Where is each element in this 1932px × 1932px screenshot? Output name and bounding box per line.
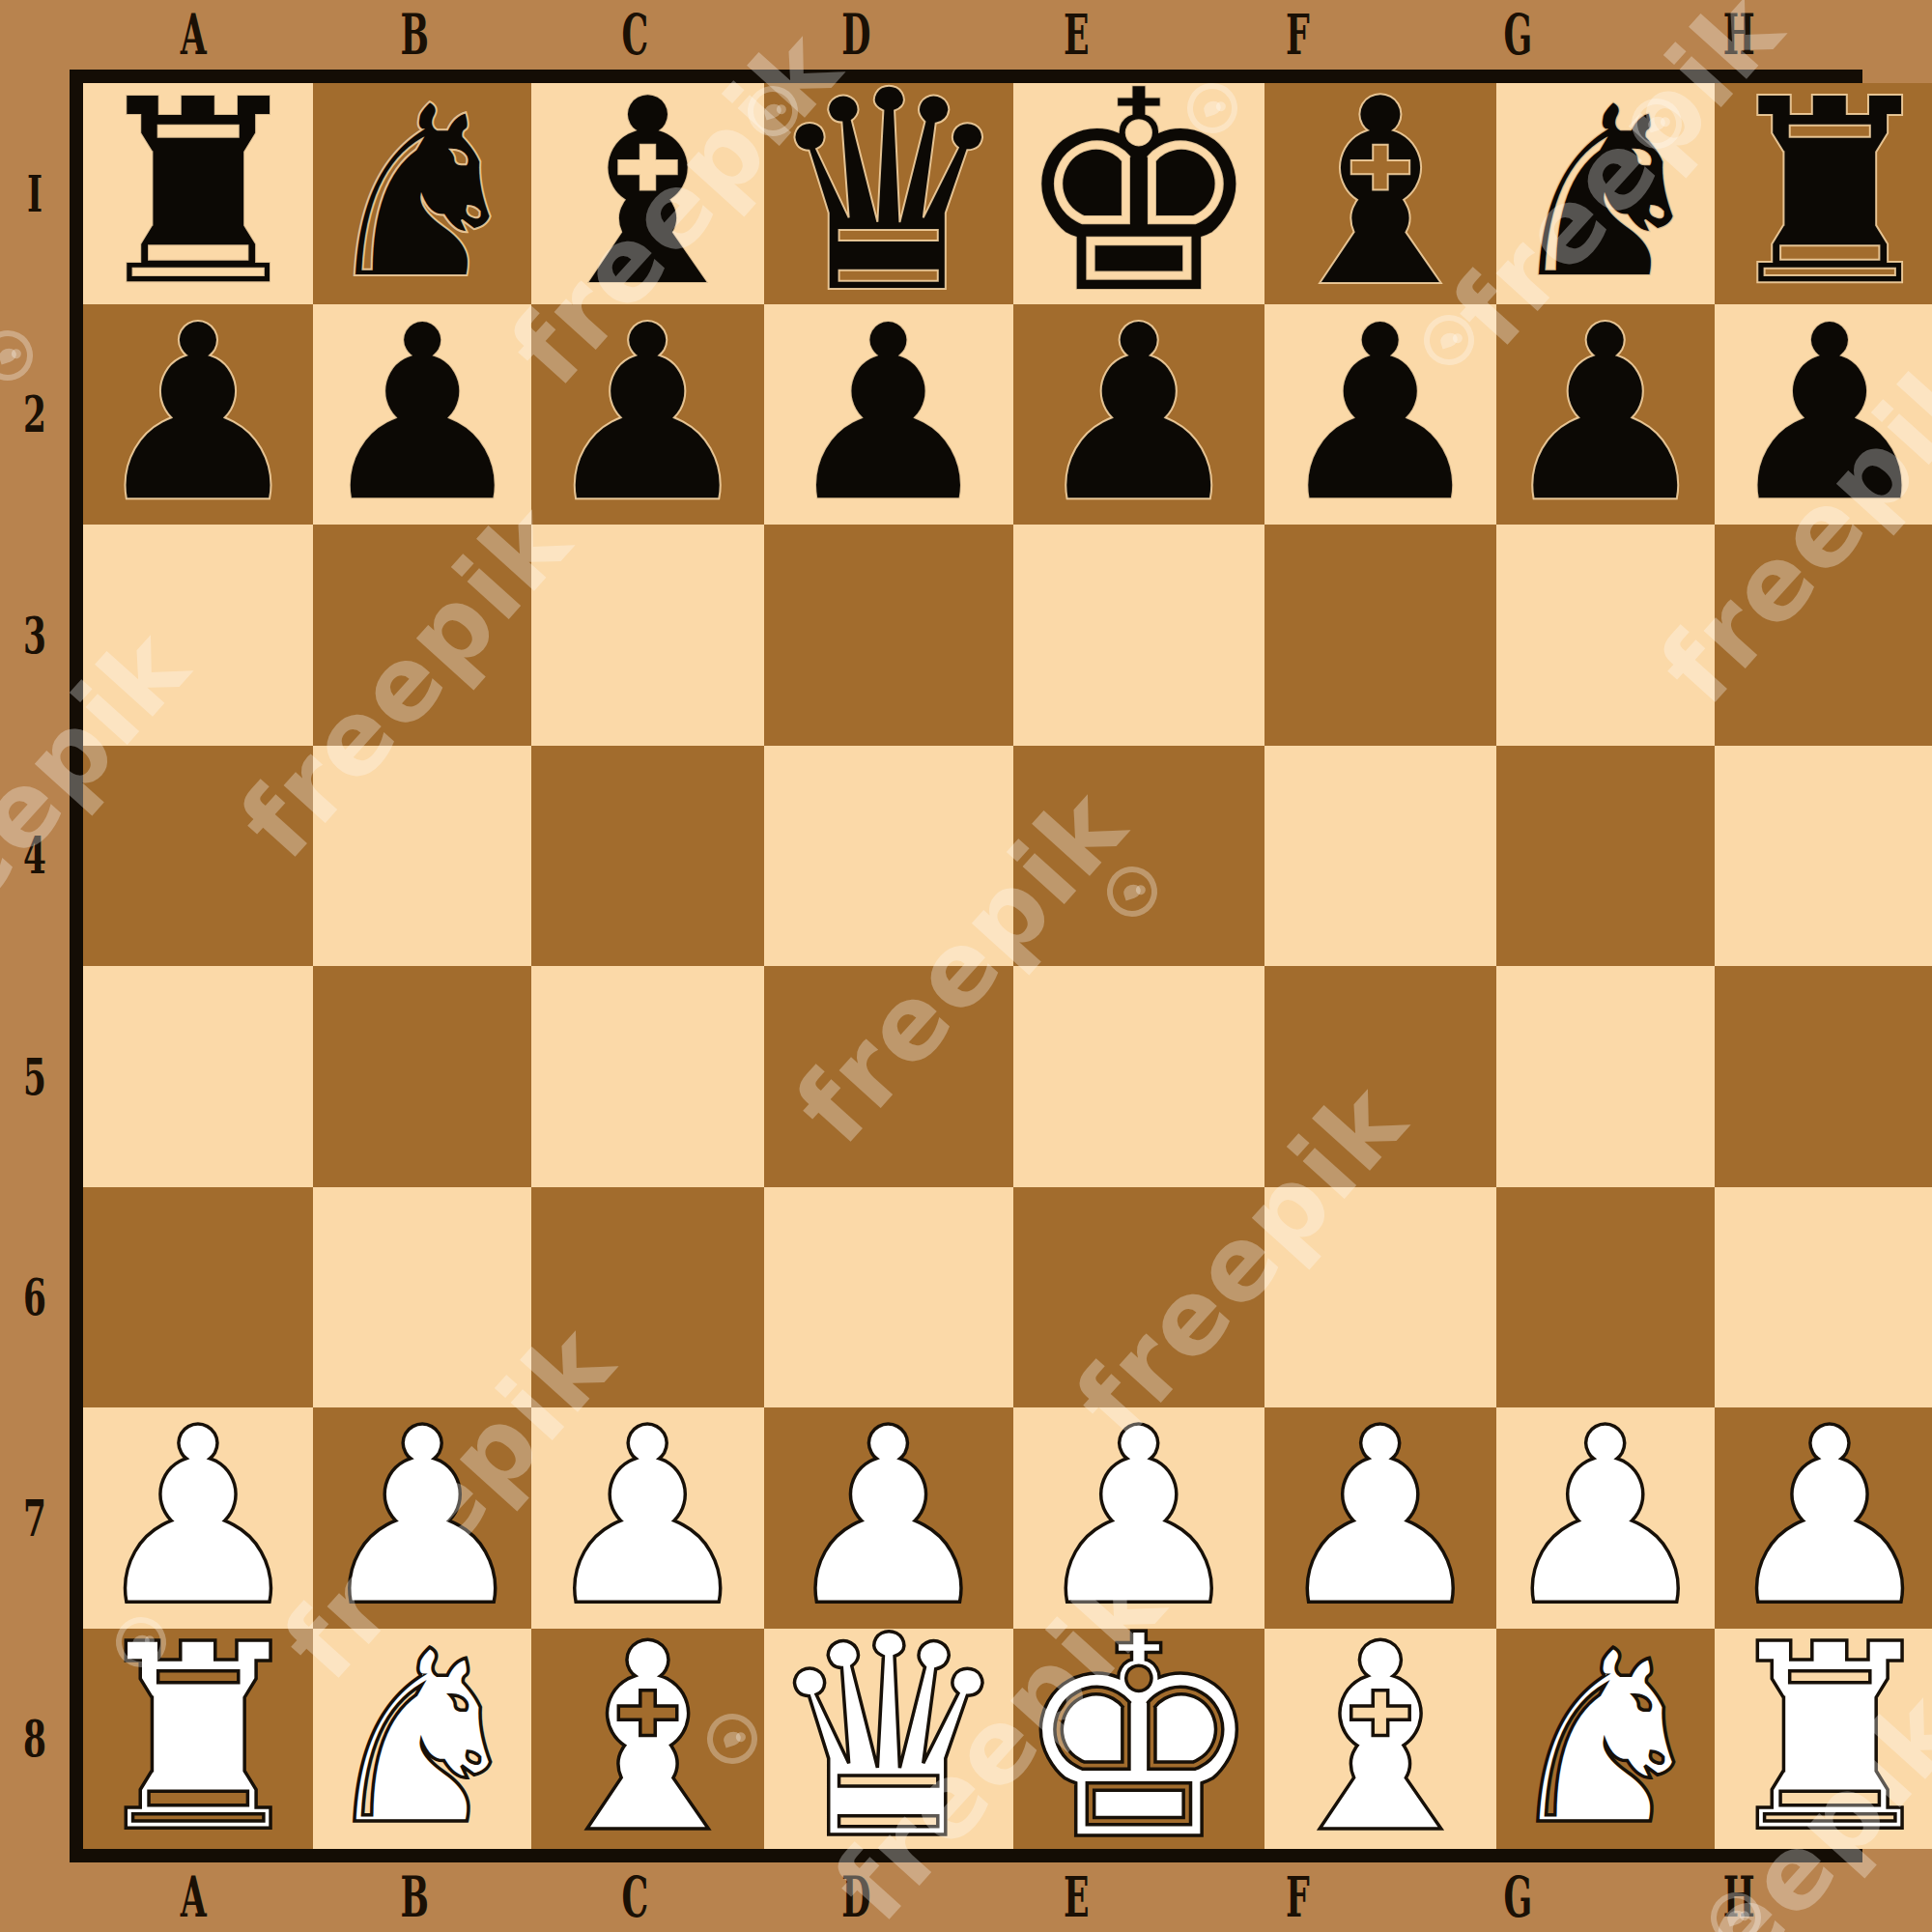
- square-g5[interactable]: [1496, 966, 1715, 1187]
- square-a3[interactable]: [83, 525, 313, 746]
- square-c6[interactable]: [531, 1187, 763, 1408]
- square-e4[interactable]: [1013, 746, 1264, 967]
- square-d5[interactable]: [764, 966, 1013, 1187]
- square-a8[interactable]: ♜: [83, 1629, 313, 1850]
- square-c4[interactable]: [531, 746, 763, 967]
- square-g7[interactable]: ♟: [1496, 1407, 1715, 1629]
- square-g3[interactable]: [1496, 525, 1715, 746]
- square-f3[interactable]: [1264, 525, 1496, 746]
- rank-label-i: I: [12, 83, 58, 304]
- square-h8[interactable]: ♜: [1715, 1629, 1932, 1850]
- square-h6[interactable]: [1715, 1187, 1932, 1408]
- square-d6[interactable]: [764, 1187, 1013, 1408]
- black-knight: ♞: [316, 83, 529, 303]
- square-g1[interactable]: ♞: [1496, 83, 1715, 304]
- rank-label-8: 8: [12, 1629, 58, 1850]
- rank-label-4: 4: [12, 746, 58, 967]
- square-c8[interactable]: ♝: [531, 1629, 763, 1850]
- square-b4[interactable]: [313, 746, 531, 967]
- square-b6[interactable]: [313, 1187, 531, 1408]
- white-bishop: ♝: [531, 1629, 763, 1849]
- square-f6[interactable]: [1264, 1187, 1496, 1408]
- black-pawn: ♟: [1030, 304, 1248, 525]
- white-king: ♚: [1013, 1629, 1264, 1849]
- square-e5[interactable]: [1013, 966, 1264, 1187]
- white-rook: ♜: [83, 1629, 313, 1849]
- square-b8[interactable]: ♞: [313, 1629, 531, 1850]
- rank-label-7: 7: [12, 1407, 58, 1629]
- square-b5[interactable]: [313, 966, 531, 1187]
- chess-board: ♜♞♝♛♚♝♞♜♟♟♟♟♟♟♟♟♟♟♟♟♟♟♟♟♜♞♝♛♚♝♞♜: [70, 70, 1862, 1862]
- square-d1[interactable]: ♛: [764, 83, 1013, 304]
- square-a1[interactable]: ♜: [83, 83, 313, 304]
- black-pawn: ♟: [89, 304, 307, 525]
- white-bishop: ♝: [1264, 1629, 1496, 1849]
- square-c3[interactable]: [531, 525, 763, 746]
- square-h5[interactable]: [1715, 966, 1932, 1187]
- square-c5[interactable]: [531, 966, 763, 1187]
- chessboard-illustration: { "game": "chess", "position": { "fen": …: [0, 0, 1932, 1932]
- rank-label-2: 2: [12, 304, 58, 526]
- square-f5[interactable]: [1264, 966, 1496, 1187]
- square-d4[interactable]: [764, 746, 1013, 967]
- black-pawn: ♟: [539, 304, 757, 525]
- white-knight: ♞: [1499, 1629, 1713, 1849]
- black-rook: ♜: [83, 83, 313, 303]
- square-d3[interactable]: [764, 525, 1013, 746]
- square-f8[interactable]: ♝: [1264, 1629, 1496, 1850]
- square-e2[interactable]: ♟: [1013, 304, 1264, 526]
- black-rook: ♜: [1715, 83, 1932, 303]
- square-h1[interactable]: ♜: [1715, 83, 1932, 304]
- black-pawn: ♟: [1720, 304, 1932, 525]
- square-h4[interactable]: [1715, 746, 1932, 967]
- black-queen: ♛: [764, 83, 1013, 303]
- black-knight: ♞: [1499, 83, 1713, 303]
- square-a5[interactable]: [83, 966, 313, 1187]
- square-f1[interactable]: ♝: [1264, 83, 1496, 304]
- white-knight: ♞: [316, 1629, 529, 1849]
- square-g4[interactable]: [1496, 746, 1715, 967]
- rank-label-5: 5: [12, 966, 58, 1187]
- black-bishop: ♝: [531, 83, 763, 303]
- square-d2[interactable]: ♟: [764, 304, 1013, 526]
- white-rook: ♜: [1715, 1629, 1932, 1849]
- square-a4[interactable]: [83, 746, 313, 967]
- square-e1[interactable]: ♚: [1013, 83, 1264, 304]
- square-c1[interactable]: ♝: [531, 83, 763, 304]
- square-b2[interactable]: ♟: [313, 304, 531, 526]
- rank-label-3: 3: [12, 525, 58, 746]
- rank-labels-left: I2345678: [0, 83, 70, 1849]
- black-king: ♚: [1013, 83, 1264, 303]
- square-h2[interactable]: ♟: [1715, 304, 1932, 526]
- square-a2[interactable]: ♟: [83, 304, 313, 526]
- square-f2[interactable]: ♟: [1264, 304, 1496, 526]
- square-h3[interactable]: [1715, 525, 1932, 746]
- black-bishop: ♝: [1264, 83, 1496, 303]
- square-g2[interactable]: ♟: [1496, 304, 1715, 526]
- rank-label-6: 6: [12, 1187, 58, 1408]
- white-pawn: ♟: [313, 1407, 531, 1628]
- square-e6[interactable]: [1013, 1187, 1264, 1408]
- square-b7[interactable]: ♟: [313, 1407, 531, 1629]
- square-e8[interactable]: ♚: [1013, 1629, 1264, 1850]
- square-g6[interactable]: [1496, 1187, 1715, 1408]
- square-c2[interactable]: ♟: [531, 304, 763, 526]
- square-d8[interactable]: ♛: [764, 1629, 1013, 1850]
- square-f4[interactable]: [1264, 746, 1496, 967]
- square-e3[interactable]: [1013, 525, 1264, 746]
- white-pawn: ♟: [1496, 1407, 1715, 1628]
- black-pawn: ♟: [1496, 304, 1715, 525]
- square-b3[interactable]: [313, 525, 531, 746]
- white-queen: ♛: [764, 1629, 1013, 1849]
- square-g8[interactable]: ♞: [1496, 1629, 1715, 1850]
- square-b1[interactable]: ♞: [313, 83, 531, 304]
- black-pawn: ♟: [1271, 304, 1490, 525]
- square-a6[interactable]: [83, 1187, 313, 1408]
- black-pawn: ♟: [780, 304, 998, 525]
- black-pawn: ♟: [313, 304, 531, 525]
